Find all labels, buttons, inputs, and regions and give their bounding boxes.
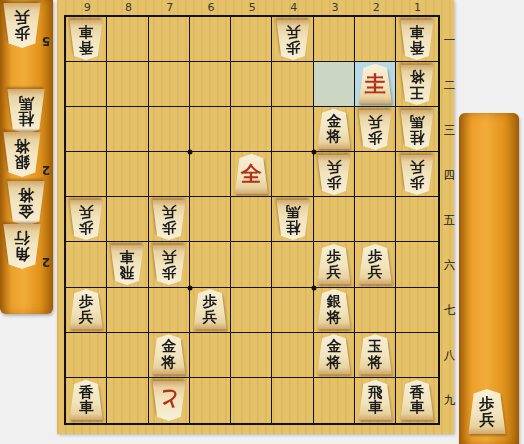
file-label: 3	[314, 1, 355, 14]
piece-kanji: 王将	[409, 69, 425, 100]
piece-pawn-sente[interactable]: 歩兵	[193, 289, 227, 330]
piece-kanji: 香車	[409, 24, 425, 55]
piece-pawn-gote[interactable]: 歩兵	[69, 199, 103, 240]
file-label: 2	[356, 1, 397, 14]
square-4-5[interactable]: 桂馬	[272, 197, 313, 242]
piece-kanji: と	[158, 389, 180, 411]
hand-piece-silver-gote[interactable]: 銀将2	[3, 131, 50, 177]
square-8-7[interactable]	[107, 288, 148, 333]
piece-lance-sente[interactable]: 香車	[400, 380, 434, 421]
square-5-8[interactable]	[231, 333, 272, 378]
square-5-2[interactable]	[231, 62, 272, 107]
hand-count: 2	[42, 250, 50, 269]
piece-king-gote[interactable]: 王将	[400, 64, 434, 105]
piece-pawn-gote[interactable]: 歩兵	[3, 2, 41, 48]
square-8-3[interactable]	[107, 107, 148, 152]
file-label: 8	[108, 1, 149, 14]
square-7-5[interactable]: 歩兵	[149, 197, 190, 242]
piece-lance-gote[interactable]: 香車	[400, 19, 434, 60]
piece-pawn-gote[interactable]: 歩兵	[276, 19, 310, 60]
square-2-1[interactable]	[355, 17, 396, 62]
square-9-7[interactable]: 歩兵	[66, 288, 107, 333]
square-3-9[interactable]	[314, 378, 355, 423]
square-1-9[interactable]: 香車	[396, 378, 437, 423]
piece-pawn-sente[interactable]: 歩兵	[358, 244, 392, 285]
piece-kanji: 金将	[326, 339, 342, 370]
square-5-1[interactable]	[231, 17, 272, 62]
file-label: 5	[232, 1, 273, 14]
piece-lance-sente[interactable]: 香車	[69, 380, 103, 421]
piece-knight-gote[interactable]: 桂馬	[276, 199, 310, 240]
square-1-4[interactable]: 歩兵	[396, 152, 437, 197]
piece-kanji: 歩兵	[479, 396, 496, 429]
square-3-6[interactable]: 歩兵	[314, 242, 355, 287]
file-label: 6	[190, 1, 231, 14]
rank-label: 六	[443, 243, 456, 288]
piece-silver-gote[interactable]: 銀将	[3, 131, 41, 177]
file-label: 9	[67, 1, 108, 14]
piece-kanji: 歩兵	[14, 9, 31, 42]
square-5-3[interactable]	[231, 107, 272, 152]
square-7-3[interactable]	[149, 107, 190, 152]
piece-kanji: 歩兵	[161, 204, 177, 235]
rank-label: 八	[443, 333, 456, 378]
square-8-9[interactable]	[107, 378, 148, 423]
square-6-4[interactable]	[190, 152, 231, 197]
board-grid: 香車歩兵香車圭王将金将歩兵桂馬全歩兵歩兵歩兵歩兵桂馬飛車歩兵歩兵歩兵歩兵歩兵銀将…	[64, 15, 440, 425]
square-9-9[interactable]: 香車	[66, 378, 107, 423]
square-3-7[interactable]: 銀将	[314, 288, 355, 333]
piece-pawn-sente[interactable]: 歩兵	[468, 389, 506, 435]
piece-pawn-gote[interactable]: 歩兵	[152, 199, 186, 240]
square-4-1[interactable]: 歩兵	[272, 17, 313, 62]
file-label: 7	[149, 1, 190, 14]
piece-kanji: 歩兵	[78, 204, 94, 235]
square-4-9[interactable]	[272, 378, 313, 423]
square-7-1[interactable]	[149, 17, 190, 62]
hoshi-dot	[187, 285, 192, 290]
piece-pawn-sente[interactable]: 歩兵	[317, 244, 351, 285]
square-4-8[interactable]	[272, 333, 313, 378]
square-8-8[interactable]	[107, 333, 148, 378]
square-5-5[interactable]	[231, 197, 272, 242]
square-7-7[interactable]	[149, 288, 190, 333]
square-9-6[interactable]	[66, 242, 107, 287]
square-3-1[interactable]	[314, 17, 355, 62]
piece-kanji: 全	[241, 163, 262, 185]
hand-count: 5	[42, 29, 50, 48]
piece-kanji: 飛車	[367, 385, 383, 416]
square-1-7[interactable]	[396, 288, 437, 333]
square-3-5[interactable]	[314, 197, 355, 242]
square-8-2[interactable]	[107, 62, 148, 107]
piece-knight-gote[interactable]: 桂馬	[400, 109, 434, 150]
piece-bishop-gote[interactable]: 角行	[3, 223, 41, 269]
square-4-7[interactable]	[272, 288, 313, 333]
piece-pawn-gote[interactable]: 歩兵	[152, 244, 186, 285]
piece-kanji: 桂馬	[285, 204, 301, 235]
square-6-6[interactable]	[190, 242, 231, 287]
piece-gold-sente[interactable]: 金将	[152, 334, 186, 375]
piece-rook-gote[interactable]: 飛車	[110, 244, 144, 285]
square-6-1[interactable]	[190, 17, 231, 62]
rank-label: 四	[443, 153, 456, 198]
square-7-6[interactable]: 歩兵	[149, 242, 190, 287]
hand-piece-pawn-gote[interactable]: 歩兵5	[3, 2, 50, 48]
shogi-board: 987654321 一二三四五六七八九 香車歩兵香車圭王将金将歩兵桂馬全歩兵歩兵…	[57, 0, 454, 434]
piece-pawn-gote[interactable]: 歩兵	[358, 109, 392, 150]
piece-kanji: 香車	[409, 385, 425, 416]
square-9-1[interactable]: 香車	[66, 17, 107, 62]
hoshi-dot	[311, 285, 316, 290]
piece-pawn-sente[interactable]: 歩兵	[69, 289, 103, 330]
square-7-8[interactable]: 金将	[149, 333, 190, 378]
square-6-3[interactable]	[190, 107, 231, 152]
hoshi-dot	[311, 150, 316, 155]
square-8-1[interactable]	[107, 17, 148, 62]
square-2-3[interactable]: 歩兵	[355, 107, 396, 152]
square-2-8[interactable]: 玉将	[355, 333, 396, 378]
square-1-2[interactable]: 王将	[396, 62, 437, 107]
piece-pawn-gote[interactable]: 歩兵	[400, 154, 434, 195]
square-1-1[interactable]: 香車	[396, 17, 437, 62]
square-1-6[interactable]	[396, 242, 437, 287]
square-1-3[interactable]: 桂馬	[396, 107, 437, 152]
square-7-4[interactable]	[149, 152, 190, 197]
square-4-3[interactable]	[272, 107, 313, 152]
hand-piece-knight-gote[interactable]: 桂馬	[7, 88, 45, 134]
piece-promoted-knight-sente[interactable]: 圭	[358, 64, 392, 105]
square-3-4[interactable]: 歩兵	[314, 152, 355, 197]
square-7-2[interactable]	[149, 62, 190, 107]
gote-hand-stand: 歩兵5桂馬銀将2金将角行2	[0, 0, 53, 314]
piece-kanji: 飛車	[119, 249, 135, 280]
rank-label: 三	[443, 108, 456, 153]
piece-rook-sente[interactable]: 飛車	[358, 380, 392, 421]
file-labels: 987654321	[67, 1, 439, 14]
square-7-9[interactable]: と	[149, 378, 190, 423]
piece-silver-sente[interactable]: 銀将	[317, 289, 351, 330]
file-label: 4	[273, 1, 314, 14]
square-9-4[interactable]	[66, 152, 107, 197]
rank-label: 五	[443, 198, 456, 243]
piece-kanji: 金将	[326, 114, 342, 145]
piece-kanji: 銀将	[326, 294, 342, 325]
piece-kanji: 金将	[18, 187, 35, 220]
square-3-2[interactable]	[314, 62, 355, 107]
hand-piece-gold-gote[interactable]: 金将	[7, 180, 45, 226]
piece-kanji: 歩兵	[161, 249, 177, 280]
square-6-7[interactable]: 歩兵	[190, 288, 231, 333]
rank-label: 一	[443, 18, 456, 63]
square-5-6[interactable]	[231, 242, 272, 287]
piece-gold-sente[interactable]: 金将	[317, 334, 351, 375]
piece-king-sente[interactable]: 玉将	[358, 334, 392, 375]
piece-kanji: 銀将	[14, 138, 31, 171]
square-4-6[interactable]	[272, 242, 313, 287]
piece-gold-sente[interactable]: 金将	[317, 109, 351, 150]
square-2-7[interactable]	[355, 288, 396, 333]
square-2-6[interactable]: 歩兵	[355, 242, 396, 287]
piece-knight-gote[interactable]: 桂馬	[7, 88, 45, 134]
square-2-4[interactable]	[355, 152, 396, 197]
square-1-8[interactable]	[396, 333, 437, 378]
square-6-9[interactable]	[190, 378, 231, 423]
piece-kanji: 圭	[365, 73, 386, 95]
square-2-5[interactable]	[355, 197, 396, 242]
piece-kanji: 香車	[78, 24, 94, 55]
square-2-9[interactable]: 飛車	[355, 378, 396, 423]
piece-kanji: 歩兵	[409, 159, 425, 190]
piece-kanji: 歩兵	[326, 249, 342, 280]
square-6-8[interactable]	[190, 333, 231, 378]
file-label: 1	[397, 1, 438, 14]
square-1-5[interactable]	[396, 197, 437, 242]
shogi-app: 歩兵5桂馬銀将2金将角行2 987654321 一二三四五六七八九 香車歩兵香車…	[0, 0, 524, 444]
piece-kanji: 香車	[78, 385, 94, 416]
piece-kanji: 歩兵	[367, 114, 383, 145]
square-8-5[interactable]	[107, 197, 148, 242]
square-5-9[interactable]	[231, 378, 272, 423]
square-3-3[interactable]: 金将	[314, 107, 355, 152]
sente-hand-stand: 歩兵	[459, 113, 519, 444]
piece-kanji: 歩兵	[367, 249, 383, 280]
piece-lance-gote[interactable]: 香車	[69, 19, 103, 60]
square-9-3[interactable]	[66, 107, 107, 152]
piece-kanji: 桂馬	[18, 95, 35, 128]
rank-label: 七	[443, 288, 456, 333]
piece-gold-gote[interactable]: 金将	[7, 180, 45, 226]
piece-kanji: 桂馬	[409, 114, 425, 145]
square-6-5[interactable]	[190, 197, 231, 242]
rank-label: 二	[443, 63, 456, 108]
rank-label: 九	[443, 378, 456, 423]
square-2-2[interactable]: 圭	[355, 62, 396, 107]
piece-pawn-gote[interactable]: 歩兵	[317, 154, 351, 195]
hand-piece-pawn-sente[interactable]: 歩兵	[468, 389, 506, 435]
square-9-5[interactable]: 歩兵	[66, 197, 107, 242]
square-9-2[interactable]	[66, 62, 107, 107]
square-4-4[interactable]	[272, 152, 313, 197]
piece-promoted-silver-sente[interactable]: 全	[234, 154, 268, 195]
square-8-6[interactable]: 飛車	[107, 242, 148, 287]
piece-kanji: 歩兵	[285, 24, 301, 55]
piece-kanji: 歩兵	[78, 294, 94, 325]
square-5-4[interactable]: 全	[231, 152, 272, 197]
square-9-8[interactable]	[66, 333, 107, 378]
hand-piece-bishop-gote[interactable]: 角行2	[3, 223, 50, 269]
square-5-7[interactable]	[231, 288, 272, 333]
square-8-4[interactable]	[107, 152, 148, 197]
square-3-8[interactable]: 金将	[314, 333, 355, 378]
piece-kanji: 角行	[14, 230, 31, 263]
piece-kanji: 金将	[161, 339, 177, 370]
hoshi-dot	[187, 150, 192, 155]
square-4-2[interactable]	[272, 62, 313, 107]
square-6-2[interactable]	[190, 62, 231, 107]
piece-kanji: 歩兵	[202, 294, 218, 325]
hand-count: 2	[42, 158, 50, 177]
piece-kanji: 歩兵	[326, 159, 342, 190]
piece-tokin-gote[interactable]: と	[152, 380, 186, 421]
piece-kanji: 玉将	[367, 339, 383, 370]
rank-labels: 一二三四五六七八九	[443, 18, 456, 424]
